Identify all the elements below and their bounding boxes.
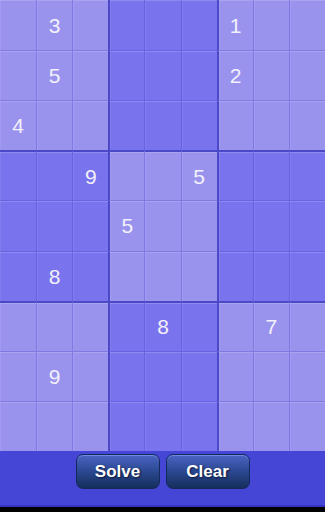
sudoku-cell-r3c1[interactable]: 4 [0,100,36,150]
sudoku-cell-r2c8[interactable] [253,50,289,100]
sudoku-cell-r8c5[interactable] [144,351,180,401]
sudoku-cell-r9c4[interactable] [108,401,144,451]
sudoku-cell-r7c4[interactable] [108,301,144,351]
sudoku-cell-r8c6[interactable] [181,351,217,401]
sudoku-cell-r6c4[interactable] [108,251,144,301]
sudoku-cell-r1c7[interactable]: 1 [217,0,253,50]
sudoku-cell-r9c5[interactable] [144,401,180,451]
sudoku-cell-r4c6[interactable]: 5 [181,150,217,200]
sudoku-cell-r8c1[interactable] [0,351,36,401]
sudoku-cell-r3c5[interactable] [144,100,180,150]
sudoku-cell-r4c9[interactable] [289,150,325,200]
sudoku-cell-r5c4[interactable]: 5 [108,200,144,250]
sudoku-cell-r6c6[interactable] [181,251,217,301]
sudoku-cell-r4c5[interactable] [144,150,180,200]
sudoku-cell-r1c9[interactable] [289,0,325,50]
sudoku-cell-r6c2[interactable]: 8 [36,251,72,301]
sudoku-cell-r3c4[interactable] [108,100,144,150]
sudoku-cell-r5c7[interactable] [217,200,253,250]
sudoku-cell-r6c5[interactable] [144,251,180,301]
sudoku-cell-r7c2[interactable] [36,301,72,351]
sudoku-cell-r6c3[interactable] [72,251,108,301]
sudoku-cell-r6c8[interactable] [253,251,289,301]
sudoku-cell-r5c9[interactable] [289,200,325,250]
sudoku-cell-r5c6[interactable] [181,200,217,250]
sudoku-cell-r4c1[interactable] [0,150,36,200]
sudoku-cell-r6c9[interactable] [289,251,325,301]
sudoku-cell-r9c3[interactable] [72,401,108,451]
sudoku-cell-r1c3[interactable] [72,0,108,50]
sudoku-cell-r3c7[interactable] [217,100,253,150]
sudoku-cell-r8c3[interactable] [72,351,108,401]
sudoku-cell-r3c2[interactable] [36,100,72,150]
sudoku-board: 315249558879 [0,0,325,451]
sudoku-cell-r4c3[interactable]: 9 [72,150,108,200]
sudoku-cell-r1c6[interactable] [181,0,217,50]
sudoku-cell-r2c4[interactable] [108,50,144,100]
sudoku-cell-r9c1[interactable] [0,401,36,451]
sudoku-cell-r2c1[interactable] [0,50,36,100]
sudoku-cell-r2c6[interactable] [181,50,217,100]
sudoku-cell-r1c8[interactable] [253,0,289,50]
sudoku-cell-r8c7[interactable] [217,351,253,401]
screen-bottom-edge [0,507,325,512]
solve-button[interactable]: Solve [76,454,160,489]
sudoku-cell-r7c8[interactable]: 7 [253,301,289,351]
sudoku-cell-r7c1[interactable] [0,301,36,351]
sudoku-cell-r2c3[interactable] [72,50,108,100]
clear-button[interactable]: Clear [166,454,250,489]
sudoku-cell-r2c7[interactable]: 2 [217,50,253,100]
sudoku-cell-r5c2[interactable] [36,200,72,250]
sudoku-cell-r9c7[interactable] [217,401,253,451]
sudoku-cell-r8c8[interactable] [253,351,289,401]
sudoku-cell-r7c6[interactable] [181,301,217,351]
sudoku-cell-r7c9[interactable] [289,301,325,351]
sudoku-cell-r2c2[interactable]: 5 [36,50,72,100]
sudoku-cell-r5c5[interactable] [144,200,180,250]
sudoku-cell-r2c9[interactable] [289,50,325,100]
sudoku-cell-r5c1[interactable] [0,200,36,250]
sudoku-cell-r7c3[interactable] [72,301,108,351]
sudoku-cell-r4c4[interactable] [108,150,144,200]
sudoku-cell-r9c2[interactable] [36,401,72,451]
sudoku-cell-r8c4[interactable] [108,351,144,401]
sudoku-cell-r2c5[interactable] [144,50,180,100]
sudoku-cell-r6c7[interactable] [217,251,253,301]
sudoku-cell-r3c8[interactable] [253,100,289,150]
sudoku-app-screen: 315249558879 Solve Clear [0,0,325,512]
sudoku-cell-r3c6[interactable] [181,100,217,150]
sudoku-cell-r9c8[interactable] [253,401,289,451]
sudoku-cell-r5c8[interactable] [253,200,289,250]
sudoku-cell-r5c3[interactable] [72,200,108,250]
sudoku-cell-r4c8[interactable] [253,150,289,200]
sudoku-cell-r3c3[interactable] [72,100,108,150]
bottom-toolbar: Solve Clear [0,451,325,507]
sudoku-cell-r1c1[interactable] [0,0,36,50]
sudoku-cell-r1c4[interactable] [108,0,144,50]
sudoku-cell-r8c9[interactable] [289,351,325,401]
sudoku-cell-r3c9[interactable] [289,100,325,150]
sudoku-cell-r6c1[interactable] [0,251,36,301]
sudoku-cell-r7c7[interactable] [217,301,253,351]
sudoku-cell-r9c9[interactable] [289,401,325,451]
sudoku-cell-r9c6[interactable] [181,401,217,451]
sudoku-cell-r1c5[interactable] [144,0,180,50]
sudoku-cell-r4c7[interactable] [217,150,253,200]
sudoku-cell-r8c2[interactable]: 9 [36,351,72,401]
sudoku-cell-r1c2[interactable]: 3 [36,0,72,50]
sudoku-cell-r7c5[interactable]: 8 [144,301,180,351]
sudoku-cell-r4c2[interactable] [36,150,72,200]
